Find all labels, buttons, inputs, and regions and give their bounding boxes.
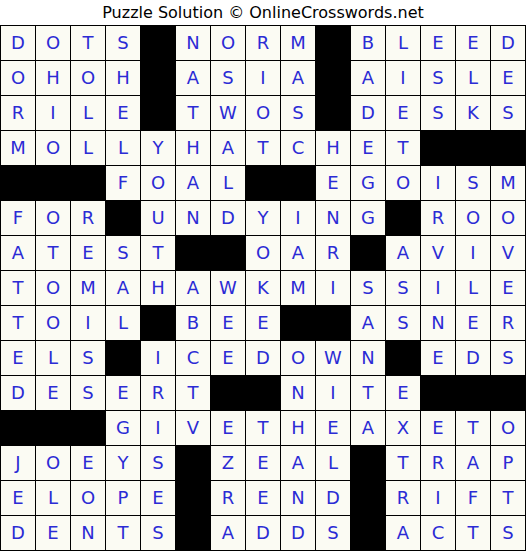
letter-cell-r7c4: S bbox=[106, 236, 141, 271]
letter-cell-r7c1: A bbox=[1, 236, 36, 271]
block-cell-r5c1 bbox=[1, 166, 36, 201]
letter-cell-r8c6: A bbox=[176, 271, 211, 306]
letter-cell-r15c13: C bbox=[421, 516, 456, 551]
letter-cell-r1c13: E bbox=[421, 26, 456, 61]
block-cell-r6c12 bbox=[386, 201, 421, 236]
block-cell-r7c11 bbox=[351, 236, 386, 271]
letter-cell-r6c8: Y bbox=[246, 201, 281, 236]
letter-cell-r4c2: O bbox=[36, 131, 71, 166]
letter-cell-r12c6: V bbox=[176, 411, 211, 446]
letter-cell-r3c9: S bbox=[281, 96, 316, 131]
letter-cell-r1c2: O bbox=[36, 26, 71, 61]
block-cell-r12c2 bbox=[36, 411, 71, 446]
letter-cell-r3c1: R bbox=[1, 96, 36, 131]
letter-cell-r10c5: I bbox=[141, 341, 176, 376]
letter-cell-r8c7: W bbox=[211, 271, 246, 306]
letter-cell-r4c5: Y bbox=[141, 131, 176, 166]
block-cell-r15c6 bbox=[176, 516, 211, 551]
letter-cell-r9c13: N bbox=[421, 306, 456, 341]
letter-cell-r10c15: S bbox=[491, 341, 526, 376]
letter-cell-r2c11: A bbox=[351, 61, 386, 96]
letter-cell-r15c2: E bbox=[36, 516, 71, 551]
letter-cell-r5c5: O bbox=[141, 166, 176, 201]
letter-cell-r9c3: I bbox=[71, 306, 106, 341]
letter-cell-r5c10: E bbox=[316, 166, 351, 201]
letter-cell-r2c12: I bbox=[386, 61, 421, 96]
letter-cell-r14c12: R bbox=[386, 481, 421, 516]
letter-cell-r13c7: Z bbox=[211, 446, 246, 481]
letter-cell-r8c3: M bbox=[71, 271, 106, 306]
letter-cell-r3c3: L bbox=[71, 96, 106, 131]
letter-cell-r14c1: E bbox=[1, 481, 36, 516]
letter-cell-r8c12: S bbox=[386, 271, 421, 306]
letter-cell-r10c3: S bbox=[71, 341, 106, 376]
letter-cell-r13c14: A bbox=[456, 446, 491, 481]
block-cell-r11c7 bbox=[211, 376, 246, 411]
letter-cell-r5c14: S bbox=[456, 166, 491, 201]
letter-cell-r9c6: B bbox=[176, 306, 211, 341]
letter-cell-r11c2: E bbox=[36, 376, 71, 411]
letter-cell-r14c5: E bbox=[141, 481, 176, 516]
letter-cell-r2c15: E bbox=[491, 61, 526, 96]
letter-cell-r6c10: N bbox=[316, 201, 351, 236]
letter-cell-r4c6: H bbox=[176, 131, 211, 166]
letter-cell-r14c15: T bbox=[491, 481, 526, 516]
letter-cell-r7c12: A bbox=[386, 236, 421, 271]
letter-cell-r6c14: O bbox=[456, 201, 491, 236]
letter-cell-r13c12: T bbox=[386, 446, 421, 481]
letter-cell-r4c12: T bbox=[386, 131, 421, 166]
letter-cell-r7c13: V bbox=[421, 236, 456, 271]
letter-cell-r3c2: I bbox=[36, 96, 71, 131]
letter-cell-r2c1: O bbox=[1, 61, 36, 96]
letter-cell-r9c2: O bbox=[36, 306, 71, 341]
letter-cell-r15c1: D bbox=[1, 516, 36, 551]
letter-cell-r12c5: I bbox=[141, 411, 176, 446]
letter-cell-r11c5: R bbox=[141, 376, 176, 411]
letter-cell-r3c6: T bbox=[176, 96, 211, 131]
letter-cell-r15c4: T bbox=[106, 516, 141, 551]
letter-cell-r3c15: S bbox=[491, 96, 526, 131]
letter-cell-r7c10: R bbox=[316, 236, 351, 271]
letter-cell-r11c1: D bbox=[1, 376, 36, 411]
crossword-grid: DOTSNORMBLEEDOHOHASIAAISLERILETWOSDESKSM… bbox=[0, 25, 526, 551]
letter-cell-r5c4: F bbox=[106, 166, 141, 201]
block-cell-r11c14 bbox=[456, 376, 491, 411]
letter-cell-r6c9: I bbox=[281, 201, 316, 236]
block-cell-r14c11 bbox=[351, 481, 386, 516]
letter-cell-r12c12: X bbox=[386, 411, 421, 446]
letter-cell-r10c10: W bbox=[316, 341, 351, 376]
letter-cell-r8c5: H bbox=[141, 271, 176, 306]
letter-cell-r4c10: H bbox=[316, 131, 351, 166]
letter-cell-r9c11: A bbox=[351, 306, 386, 341]
letter-cell-r1c4: S bbox=[106, 26, 141, 61]
letter-cell-r2c13: S bbox=[421, 61, 456, 96]
letter-cell-r10c8: D bbox=[246, 341, 281, 376]
letter-cell-r9c12: S bbox=[386, 306, 421, 341]
letter-cell-r13c3: E bbox=[71, 446, 106, 481]
letter-cell-r15c14: T bbox=[456, 516, 491, 551]
letter-cell-r8c1: T bbox=[1, 271, 36, 306]
letter-cell-r1c14: E bbox=[456, 26, 491, 61]
block-cell-r10c12 bbox=[386, 341, 421, 376]
letter-cell-r5c6: A bbox=[176, 166, 211, 201]
letter-cell-r3c13: S bbox=[421, 96, 456, 131]
block-cell-r3c5 bbox=[141, 96, 176, 131]
letter-cell-r10c2: L bbox=[36, 341, 71, 376]
letter-cell-r15c9: D bbox=[281, 516, 316, 551]
puzzle-solution-page: Puzzle Solution © OnlineCrosswords.net D… bbox=[0, 0, 526, 551]
block-cell-r2c5 bbox=[141, 61, 176, 96]
letter-cell-r12c15: O bbox=[491, 411, 526, 446]
letter-cell-r15c5: S bbox=[141, 516, 176, 551]
letter-cell-r6c6: N bbox=[176, 201, 211, 236]
letter-cell-r9c7: E bbox=[211, 306, 246, 341]
letter-cell-r10c1: E bbox=[1, 341, 36, 376]
letter-cell-r1c15: D bbox=[491, 26, 526, 61]
letter-cell-r12c7: E bbox=[211, 411, 246, 446]
letter-cell-r10c9: O bbox=[281, 341, 316, 376]
letter-cell-r7c9: A bbox=[281, 236, 316, 271]
letter-cell-r13c2: O bbox=[36, 446, 71, 481]
letter-cell-r14c7: R bbox=[211, 481, 246, 516]
letter-cell-r12c13: E bbox=[421, 411, 456, 446]
block-cell-r2c10 bbox=[316, 61, 351, 96]
letter-cell-r10c13: E bbox=[421, 341, 456, 376]
letter-cell-r13c1: J bbox=[1, 446, 36, 481]
letter-cell-r1c3: T bbox=[71, 26, 106, 61]
block-cell-r14c6 bbox=[176, 481, 211, 516]
letter-cell-r1c7: O bbox=[211, 26, 246, 61]
block-cell-r13c6 bbox=[176, 446, 211, 481]
block-cell-r5c2 bbox=[36, 166, 71, 201]
letter-cell-r15c15: S bbox=[491, 516, 526, 551]
letter-cell-r11c10: I bbox=[316, 376, 351, 411]
letter-cell-r6c1: F bbox=[1, 201, 36, 236]
letter-cell-r6c13: R bbox=[421, 201, 456, 236]
letter-cell-r3c7: W bbox=[211, 96, 246, 131]
letter-cell-r4c4: L bbox=[106, 131, 141, 166]
letter-cell-r1c8: R bbox=[246, 26, 281, 61]
letter-cell-r5c13: I bbox=[421, 166, 456, 201]
block-cell-r13c11 bbox=[351, 446, 386, 481]
block-cell-r6c4 bbox=[106, 201, 141, 236]
block-cell-r3c10 bbox=[316, 96, 351, 131]
letter-cell-r3c4: E bbox=[106, 96, 141, 131]
letter-cell-r11c6: T bbox=[176, 376, 211, 411]
letter-cell-r6c15: O bbox=[491, 201, 526, 236]
letter-cell-r5c15: M bbox=[491, 166, 526, 201]
letter-cell-r10c6: C bbox=[176, 341, 211, 376]
block-cell-r11c8 bbox=[246, 376, 281, 411]
letter-cell-r1c1: D bbox=[1, 26, 36, 61]
letter-cell-r9c4: L bbox=[106, 306, 141, 341]
letter-cell-r14c14: F bbox=[456, 481, 491, 516]
letter-cell-r13c10: L bbox=[316, 446, 351, 481]
letter-cell-r11c11: T bbox=[351, 376, 386, 411]
block-cell-r5c3 bbox=[71, 166, 106, 201]
letter-cell-r2c7: S bbox=[211, 61, 246, 96]
letter-cell-r2c8: I bbox=[246, 61, 281, 96]
letter-cell-r9c1: T bbox=[1, 306, 36, 341]
block-cell-r1c5 bbox=[141, 26, 176, 61]
letter-cell-r7c15: V bbox=[491, 236, 526, 271]
block-cell-r5c9 bbox=[281, 166, 316, 201]
letter-cell-r15c10: S bbox=[316, 516, 351, 551]
letter-cell-r15c12: A bbox=[386, 516, 421, 551]
letter-cell-r15c3: N bbox=[71, 516, 106, 551]
letter-cell-r6c7: D bbox=[211, 201, 246, 236]
letter-cell-r7c2: T bbox=[36, 236, 71, 271]
letter-cell-r13c13: R bbox=[421, 446, 456, 481]
letter-cell-r3c11: D bbox=[351, 96, 386, 131]
letter-cell-r12c10: E bbox=[316, 411, 351, 446]
letter-cell-r15c8: D bbox=[246, 516, 281, 551]
letter-cell-r7c5: T bbox=[141, 236, 176, 271]
letter-cell-r9c15: R bbox=[491, 306, 526, 341]
block-cell-r9c9 bbox=[281, 306, 316, 341]
letter-cell-r4c11: E bbox=[351, 131, 386, 166]
letter-cell-r5c11: G bbox=[351, 166, 386, 201]
letter-cell-r11c12: E bbox=[386, 376, 421, 411]
letter-cell-r1c12: L bbox=[386, 26, 421, 61]
letter-cell-r14c13: I bbox=[421, 481, 456, 516]
block-cell-r7c7 bbox=[211, 236, 246, 271]
block-cell-r12c3 bbox=[71, 411, 106, 446]
letter-cell-r8c14: L bbox=[456, 271, 491, 306]
letter-cell-r14c10: D bbox=[316, 481, 351, 516]
letter-cell-r13c15: P bbox=[491, 446, 526, 481]
letter-cell-r7c14: I bbox=[456, 236, 491, 271]
letter-cell-r14c3: O bbox=[71, 481, 106, 516]
page-title: Puzzle Solution © OnlineCrosswords.net bbox=[0, 0, 526, 25]
block-cell-r9c10 bbox=[316, 306, 351, 341]
letter-cell-r8c9: M bbox=[281, 271, 316, 306]
block-cell-r9c5 bbox=[141, 306, 176, 341]
block-cell-r4c14 bbox=[456, 131, 491, 166]
block-cell-r5c8 bbox=[246, 166, 281, 201]
letter-cell-r8c15: E bbox=[491, 271, 526, 306]
letter-cell-r12c4: G bbox=[106, 411, 141, 446]
letter-cell-r8c13: I bbox=[421, 271, 456, 306]
letter-cell-r1c9: M bbox=[281, 26, 316, 61]
block-cell-r15c11 bbox=[351, 516, 386, 551]
block-cell-r10c4 bbox=[106, 341, 141, 376]
letter-cell-r2c14: L bbox=[456, 61, 491, 96]
letter-cell-r3c14: K bbox=[456, 96, 491, 131]
block-cell-r11c13 bbox=[421, 376, 456, 411]
letter-cell-r1c11: B bbox=[351, 26, 386, 61]
letter-cell-r14c4: P bbox=[106, 481, 141, 516]
letter-cell-r3c12: E bbox=[386, 96, 421, 131]
letter-cell-r6c3: R bbox=[71, 201, 106, 236]
block-cell-r1c10 bbox=[316, 26, 351, 61]
letter-cell-r3c8: O bbox=[246, 96, 281, 131]
letter-cell-r4c1: M bbox=[1, 131, 36, 166]
letter-cell-r13c8: E bbox=[246, 446, 281, 481]
letter-cell-r11c3: S bbox=[71, 376, 106, 411]
letter-cell-r5c12: O bbox=[386, 166, 421, 201]
letter-cell-r9c14: E bbox=[456, 306, 491, 341]
letter-cell-r10c7: E bbox=[211, 341, 246, 376]
letter-cell-r5c7: L bbox=[211, 166, 246, 201]
letter-cell-r12c9: H bbox=[281, 411, 316, 446]
letter-cell-r6c5: U bbox=[141, 201, 176, 236]
letter-cell-r14c9: N bbox=[281, 481, 316, 516]
letter-cell-r4c3: L bbox=[71, 131, 106, 166]
letter-cell-r8c10: I bbox=[316, 271, 351, 306]
letter-cell-r11c9: N bbox=[281, 376, 316, 411]
letter-cell-r4c8: T bbox=[246, 131, 281, 166]
letter-cell-r4c9: C bbox=[281, 131, 316, 166]
letter-cell-r12c14: T bbox=[456, 411, 491, 446]
letter-cell-r12c11: A bbox=[351, 411, 386, 446]
letter-cell-r4c7: A bbox=[211, 131, 246, 166]
letter-cell-r6c11: G bbox=[351, 201, 386, 236]
letter-cell-r11c4: E bbox=[106, 376, 141, 411]
block-cell-r11c15 bbox=[491, 376, 526, 411]
block-cell-r4c13 bbox=[421, 131, 456, 166]
letter-cell-r2c6: A bbox=[176, 61, 211, 96]
block-cell-r12c1 bbox=[1, 411, 36, 446]
block-cell-r7c6 bbox=[176, 236, 211, 271]
letter-cell-r13c5: S bbox=[141, 446, 176, 481]
letter-cell-r8c4: A bbox=[106, 271, 141, 306]
letter-cell-r7c3: E bbox=[71, 236, 106, 271]
letter-cell-r14c2: L bbox=[36, 481, 71, 516]
letter-cell-r2c2: H bbox=[36, 61, 71, 96]
letter-cell-r10c11: N bbox=[351, 341, 386, 376]
letter-cell-r10c14: D bbox=[456, 341, 491, 376]
letter-cell-r2c4: H bbox=[106, 61, 141, 96]
letter-cell-r2c9: A bbox=[281, 61, 316, 96]
letter-cell-r1c6: N bbox=[176, 26, 211, 61]
letter-cell-r14c8: E bbox=[246, 481, 281, 516]
letter-cell-r13c4: Y bbox=[106, 446, 141, 481]
letter-cell-r8c8: K bbox=[246, 271, 281, 306]
letter-cell-r7c8: O bbox=[246, 236, 281, 271]
letter-cell-r12c8: T bbox=[246, 411, 281, 446]
letter-cell-r2c3: O bbox=[71, 61, 106, 96]
letter-cell-r9c8: E bbox=[246, 306, 281, 341]
letter-cell-r8c11: S bbox=[351, 271, 386, 306]
block-cell-r4c15 bbox=[491, 131, 526, 166]
letter-cell-r6c2: O bbox=[36, 201, 71, 236]
letter-cell-r13c9: A bbox=[281, 446, 316, 481]
letter-cell-r8c2: O bbox=[36, 271, 71, 306]
letter-cell-r15c7: A bbox=[211, 516, 246, 551]
